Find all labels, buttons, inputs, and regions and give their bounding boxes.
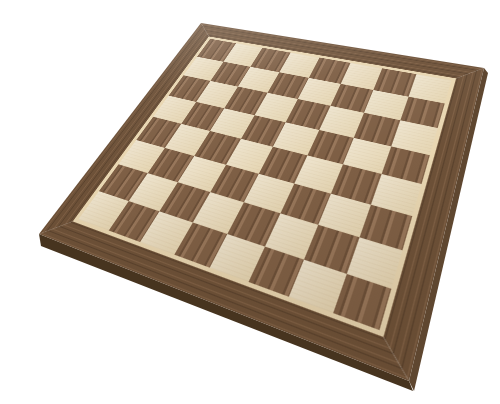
product-photo-stage (0, 0, 500, 404)
